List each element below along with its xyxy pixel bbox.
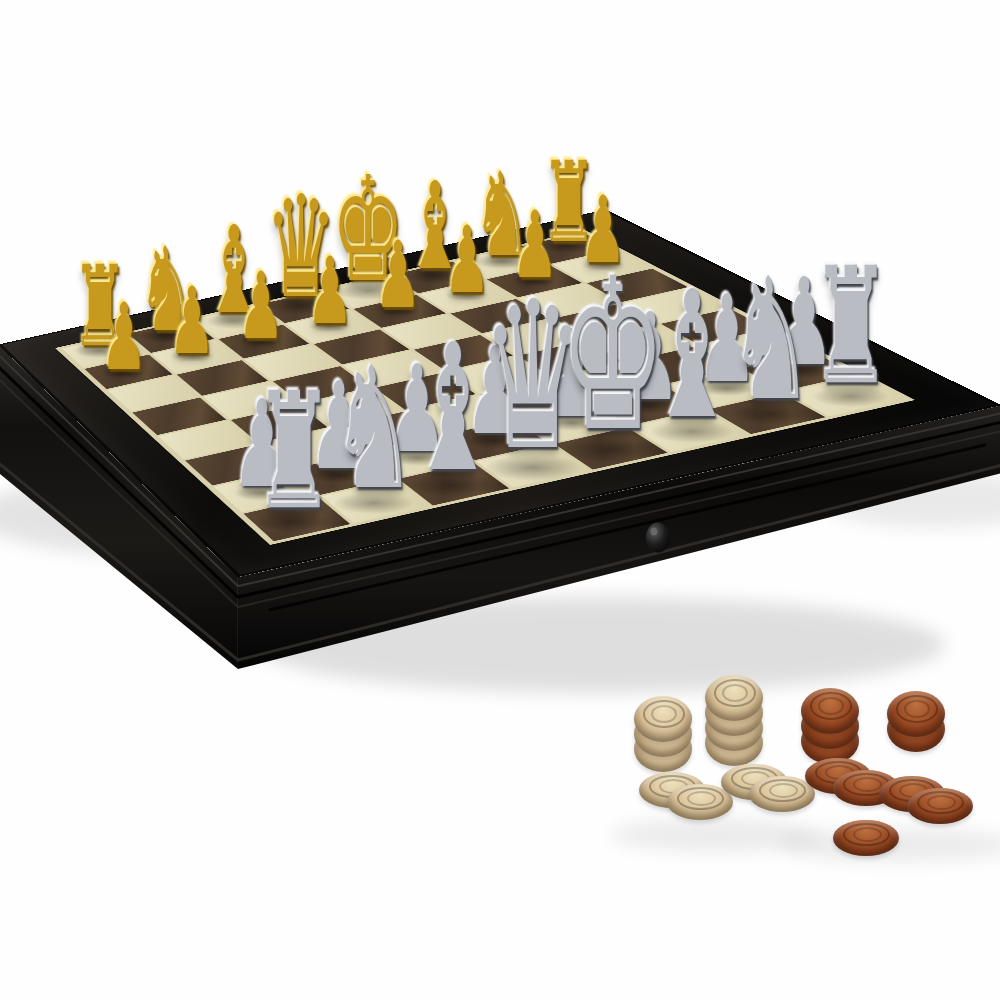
checker-groove-ring-inner — [687, 791, 716, 806]
checker-light — [749, 776, 815, 812]
checker-groove-ring-inner — [769, 783, 798, 798]
checker-dark — [833, 820, 899, 856]
product-photo: ♜♞♝♛♚♝♞♜♟♟♟♟♟♟♟♟♟♟♟♟♟♟♟♟♜♞♝♛♚♝♞♜ — [0, 0, 1000, 1000]
checkers-pieces-layer — [0, 0, 1000, 1000]
checker-groove-ring-inner — [927, 795, 956, 810]
checker-groove-ring-inner — [853, 827, 882, 842]
checker-light — [705, 675, 763, 721]
checker-dark — [907, 788, 973, 824]
checker-groove-ring-inner — [853, 777, 882, 792]
checker-dark — [887, 691, 945, 737]
checker-dark — [801, 688, 859, 734]
checker-light — [634, 696, 692, 742]
